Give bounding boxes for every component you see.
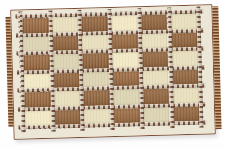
rug-field (11, 5, 214, 138)
board-cell-r5-c5-brown (143, 88, 169, 103)
board-cell-r4-c1-cream (24, 73, 50, 88)
board-cell-r2-c2-brown (53, 35, 79, 50)
board-cell-r4-c5-cream (143, 70, 169, 85)
photo-background (0, 0, 225, 149)
rug-board (10, 4, 215, 139)
board-cell-r6-c2-brown (55, 109, 81, 124)
board-cell-r2-c4-brown (112, 34, 138, 49)
board-cell-r1-c2-cream (52, 17, 78, 32)
board-cell-r5-c4-cream (114, 89, 140, 104)
board-cell-r6-c5-cream (144, 107, 170, 122)
board-cell-r6-c1-cream (25, 110, 51, 125)
board-cell-r2-c1-cream (23, 36, 49, 51)
board-cell-r3-c4-cream (113, 52, 139, 67)
board-cell-r4-c4-brown (113, 71, 139, 86)
board-cell-r5-c2-cream (54, 91, 80, 106)
board-cell-r5-c3-brown (84, 90, 110, 105)
board-cell-r1-c1-brown (23, 18, 49, 33)
board-cell-r4-c6-brown (172, 69, 198, 84)
board-cell-r6-c4-brown (114, 108, 140, 123)
board-cell-r2-c5-cream (142, 33, 168, 48)
board-cell-r5-c1-brown (25, 92, 51, 107)
board-cell-r4-c3-cream (83, 72, 109, 87)
board-cell-r1-c4-cream (112, 15, 138, 30)
board-cell-r4-c2-brown (54, 72, 80, 87)
board-cell-r5-c6-cream (173, 88, 199, 103)
board-cell-r1-c6-cream (171, 14, 197, 29)
board-cell-r6-c6-brown (173, 106, 199, 121)
board-cell-r3-c2-cream (53, 54, 79, 69)
board-cell-r2-c3-cream (82, 35, 108, 50)
board-cell-r3-c5-brown (142, 52, 168, 67)
board-cell-r3-c1-brown (24, 55, 50, 70)
board-cell-r3-c3-brown (83, 53, 109, 68)
board-lattice (18, 10, 203, 130)
board-cell-r6-c3-cream (84, 109, 110, 124)
board-cell-r3-c6-cream (172, 51, 198, 66)
board-cell-r1-c3-brown (82, 16, 108, 31)
board-cell-r2-c6-brown (171, 32, 197, 47)
board-cell-r1-c5-brown (141, 15, 167, 30)
